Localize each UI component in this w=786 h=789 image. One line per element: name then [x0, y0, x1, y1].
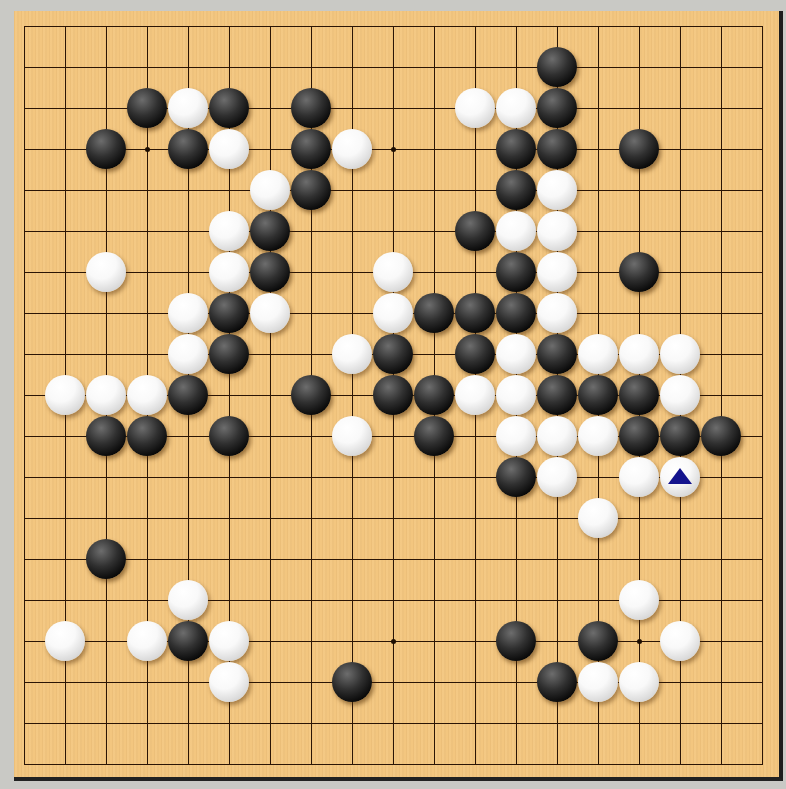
black-stone: [496, 457, 536, 497]
black-stone: [86, 539, 126, 579]
black-stone: [496, 621, 536, 661]
white-stone: [86, 252, 126, 292]
white-stone: [578, 416, 618, 456]
white-stone: [168, 580, 208, 620]
black-stone: [455, 334, 495, 374]
black-stone: [250, 211, 290, 251]
black-stone: [578, 375, 618, 415]
white-stone: [619, 334, 659, 374]
black-stone: [127, 416, 167, 456]
black-stone: [332, 662, 372, 702]
black-stone: [537, 47, 577, 87]
black-stone: [209, 293, 249, 333]
black-stone: [619, 252, 659, 292]
black-stone: [291, 375, 331, 415]
grid-line-horizontal: [24, 559, 763, 560]
black-stone: [291, 88, 331, 128]
black-stone: [496, 170, 536, 210]
white-stone: [537, 252, 577, 292]
black-stone: [209, 88, 249, 128]
last-move-triangle-marker: [668, 468, 692, 484]
black-stone: [291, 170, 331, 210]
white-stone: [496, 334, 536, 374]
white-stone: [496, 88, 536, 128]
white-stone: [660, 334, 700, 374]
black-stone: [496, 252, 536, 292]
white-stone: [127, 621, 167, 661]
grid-line-horizontal: [24, 518, 763, 519]
go-board[interactable]: [14, 11, 783, 781]
black-stone: [209, 416, 249, 456]
white-stone: [619, 457, 659, 497]
white-stone: [250, 170, 290, 210]
black-stone: [619, 375, 659, 415]
white-stone: [496, 416, 536, 456]
black-stone: [168, 375, 208, 415]
black-stone: [414, 293, 454, 333]
black-stone: [86, 129, 126, 169]
white-stone: [168, 334, 208, 374]
white-stone: [660, 457, 700, 497]
black-stone: [537, 88, 577, 128]
white-stone: [578, 662, 618, 702]
star-point: [391, 147, 396, 152]
grid-line-vertical: [721, 26, 722, 765]
grid-line-horizontal: [24, 723, 763, 724]
black-stone: [537, 375, 577, 415]
white-stone: [537, 457, 577, 497]
black-stone: [701, 416, 741, 456]
white-stone: [578, 334, 618, 374]
black-stone: [209, 334, 249, 374]
black-stone: [127, 88, 167, 128]
black-stone: [414, 375, 454, 415]
white-stone: [209, 211, 249, 251]
white-stone: [86, 375, 126, 415]
white-stone: [537, 170, 577, 210]
screenshot-root: { "game": "go", "board_size": 19, "posit…: [0, 0, 786, 789]
black-stone: [537, 334, 577, 374]
white-stone: [209, 662, 249, 702]
white-stone: [209, 129, 249, 169]
white-stone: [537, 211, 577, 251]
white-stone: [660, 621, 700, 661]
white-stone: [332, 334, 372, 374]
white-stone: [127, 375, 167, 415]
white-stone: [209, 621, 249, 661]
black-stone: [168, 621, 208, 661]
black-stone: [168, 129, 208, 169]
white-stone: [332, 416, 372, 456]
black-stone: [496, 293, 536, 333]
white-stone: [45, 621, 85, 661]
white-stone: [537, 293, 577, 333]
white-stone: [496, 211, 536, 251]
black-stone: [414, 416, 454, 456]
white-stone: [619, 662, 659, 702]
black-stone: [455, 211, 495, 251]
white-stone: [332, 129, 372, 169]
black-stone: [455, 293, 495, 333]
black-stone: [373, 334, 413, 374]
black-stone: [291, 129, 331, 169]
white-stone: [578, 498, 618, 538]
star-point: [391, 639, 396, 644]
black-stone: [86, 416, 126, 456]
black-stone: [373, 375, 413, 415]
star-point: [145, 147, 150, 152]
black-stone: [619, 416, 659, 456]
black-stone: [537, 129, 577, 169]
white-stone: [455, 375, 495, 415]
white-stone: [373, 252, 413, 292]
black-stone: [250, 252, 290, 292]
white-stone: [250, 293, 290, 333]
black-stone: [578, 621, 618, 661]
black-stone: [496, 129, 536, 169]
white-stone: [373, 293, 413, 333]
white-stone: [209, 252, 249, 292]
white-stone: [168, 293, 208, 333]
grid-line-horizontal: [24, 764, 763, 765]
white-stone: [619, 580, 659, 620]
black-stone: [619, 129, 659, 169]
white-stone: [496, 375, 536, 415]
white-stone: [455, 88, 495, 128]
black-stone: [660, 416, 700, 456]
black-stone: [537, 662, 577, 702]
white-stone: [45, 375, 85, 415]
white-stone: [168, 88, 208, 128]
star-point: [637, 639, 642, 644]
grid-line-vertical: [762, 26, 763, 765]
white-stone: [660, 375, 700, 415]
white-stone: [537, 416, 577, 456]
